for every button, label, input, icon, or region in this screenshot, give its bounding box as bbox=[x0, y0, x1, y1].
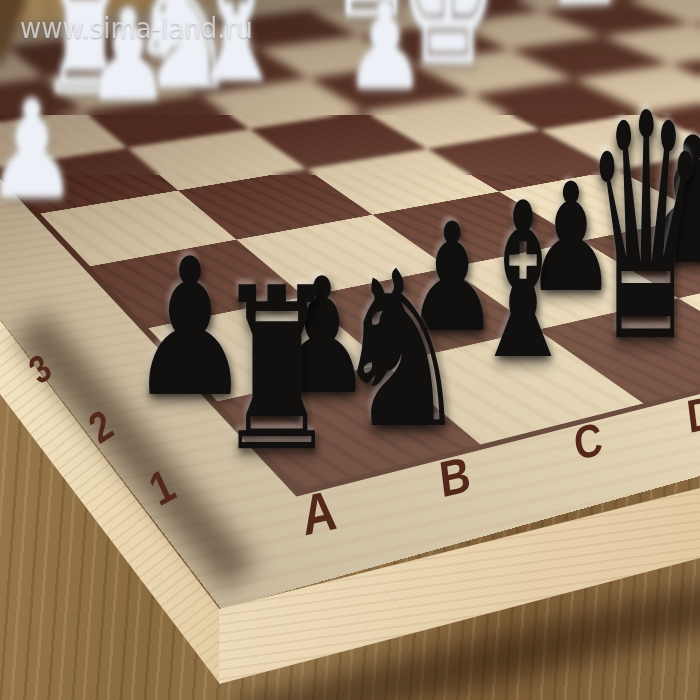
piece-clear-pawn: ♟ bbox=[548, 0, 622, 20]
piece-black-rook-a1: ♜ bbox=[216, 259, 338, 483]
sima-land-watermark: www.sima-land.ru bbox=[20, 12, 253, 44]
piece-black-queen-d1: ♛ bbox=[584, 74, 700, 387]
file-label-A: A bbox=[299, 482, 339, 545]
piece-black-bishop-c1: ♝ bbox=[469, 175, 577, 390]
piece-clear-king: ♚ bbox=[398, 0, 497, 92]
file-label-B: B bbox=[437, 449, 473, 505]
piece-black-knight-b1: ♞ bbox=[332, 244, 470, 459]
file-label-C: C bbox=[571, 415, 604, 467]
chess-board-photo: ♟♜♟♞♝♛♟♚♟ ♟♟♟♛♝♟♟♞♜ 123ABCD www.sima-lan… bbox=[0, 0, 700, 700]
